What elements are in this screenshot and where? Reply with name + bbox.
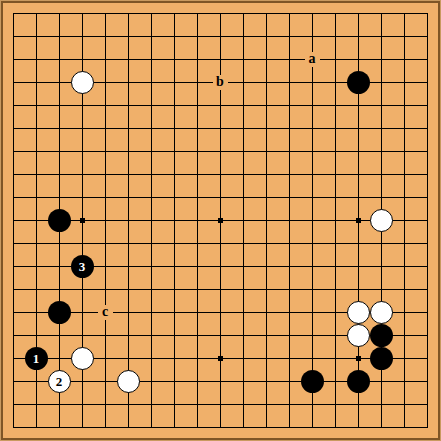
white-stone <box>347 301 370 324</box>
black-stone-move-1: 1 <box>25 347 48 370</box>
white-stone <box>117 370 140 393</box>
point-label-text: c <box>98 305 113 320</box>
point-label-text: b <box>213 75 228 90</box>
black-stone <box>347 370 370 393</box>
black-stone <box>301 370 324 393</box>
white-stone <box>71 71 94 94</box>
black-stone <box>347 71 370 94</box>
go-board: abc312 <box>0 0 441 441</box>
point-label-text: a <box>305 52 320 67</box>
black-stone <box>48 301 71 324</box>
black-stone-move-3: 3 <box>71 255 94 278</box>
point-label-a: a <box>301 48 324 71</box>
stones-layer: abc312 <box>2 2 439 439</box>
black-stone <box>370 347 393 370</box>
black-stone <box>370 324 393 347</box>
point-label-c: c <box>94 301 117 324</box>
white-stone <box>370 209 393 232</box>
black-stone <box>48 209 71 232</box>
white-stone-move-2: 2 <box>48 370 71 393</box>
white-stone <box>370 301 393 324</box>
point-label-b: b <box>209 71 232 94</box>
white-stone <box>71 347 94 370</box>
white-stone <box>347 324 370 347</box>
